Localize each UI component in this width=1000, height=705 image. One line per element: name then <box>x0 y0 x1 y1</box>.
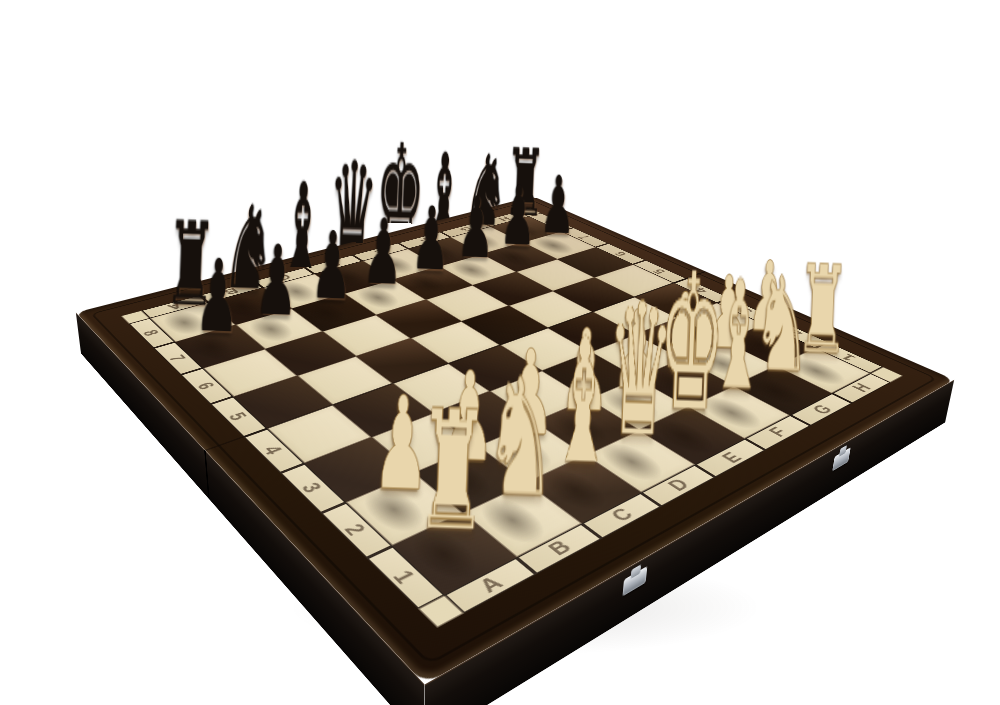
latch-clasp-icon <box>832 447 851 471</box>
board-tilt-wrapper: 87654321 87654321 HGFEDCBA HGFEDCBA ♜♞♝♛… <box>177 22 822 667</box>
piece-black-pawn[interactable]: ♟ <box>164 41 279 348</box>
fold-seam-side <box>204 449 210 500</box>
pieces-layer: ♜♞♝♛♚♝♞♜♟♟♟♟♟♟♟♟♟♟♟♟♟♟♟♟♜♞♝♛♚♝♞♜ <box>76 196 954 684</box>
chess-board-box: 87654321 87654321 HGFEDCBA HGFEDCBA ♜♞♝♛… <box>76 196 954 684</box>
scene: 87654321 87654321 HGFEDCBA HGFEDCBA ♜♞♝♛… <box>0 0 1000 705</box>
latch-clasp-icon <box>622 566 647 597</box>
piece-white-rook[interactable]: ♜ <box>374 113 540 557</box>
